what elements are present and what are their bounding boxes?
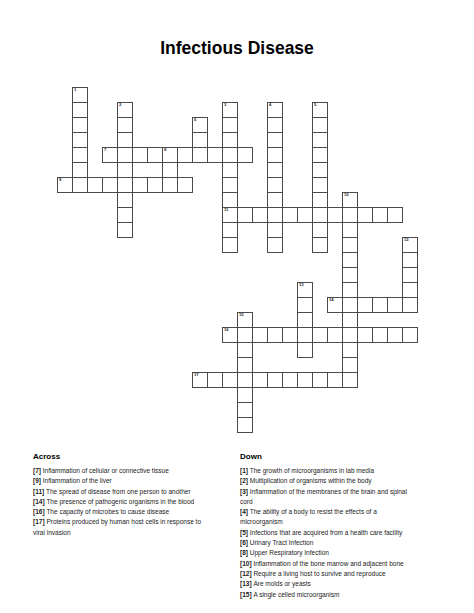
clue-number: [3] [240,488,250,495]
grid-cell[interactable] [402,327,418,343]
clue-text: Inflammation of the liver [43,477,112,484]
grid-cell[interactable] [102,177,118,193]
down-clue-15: [15] A single celled microorganism [240,590,470,600]
grid-cell[interactable] [87,177,103,193]
grid-cell[interactable] [132,177,148,193]
grid-cell[interactable] [342,237,358,253]
puzzle-title: Infectious Disease [0,38,474,59]
grid-cell[interactable] [312,177,328,193]
grid-cell[interactable] [117,162,133,178]
grid-cell[interactable] [117,207,133,223]
clue-number: [12] [240,570,253,577]
clue-text: The ability of a body to resist the effe… [240,508,377,525]
grid-cell[interactable] [342,297,358,313]
grid-cell[interactable]: 14 [327,297,343,313]
grid-cell[interactable] [222,177,238,193]
across-clue-9: [9] Inflammation of the liver [33,476,233,486]
grid-cell[interactable] [342,252,358,268]
grid-cell[interactable] [147,177,163,193]
across-clue-7: [7] Inflammation of cellular or connecti… [33,466,233,476]
grid-cell[interactable] [72,177,88,193]
grid-cell[interactable] [267,237,283,253]
clue-number: [15] [240,591,253,598]
grid-cell[interactable] [252,372,268,388]
grid-cell[interactable] [402,297,418,313]
grid-cell[interactable] [222,132,238,148]
crossword-grid: 1234567891011121314151617 [57,87,418,433]
grid-cell[interactable] [312,372,328,388]
grid-cell[interactable] [267,162,283,178]
cell-number: 17 [194,373,199,377]
grid-cell[interactable] [252,327,268,343]
grid-cell[interactable] [342,327,358,343]
grid-cell[interactable] [327,327,343,343]
grid-cell[interactable] [237,327,253,343]
grid-cell[interactable] [357,207,373,223]
grid-cell[interactable] [237,372,253,388]
grid-cell[interactable] [267,372,283,388]
grid-cell[interactable] [372,327,388,343]
grid-cell[interactable] [312,222,328,238]
grid-cell[interactable] [402,267,418,283]
grid-cell[interactable] [222,192,238,208]
clue-number: [10] [240,560,253,567]
grid-cell[interactable] [312,327,328,343]
grid-cell[interactable] [267,222,283,238]
grid-cell[interactable] [357,297,373,313]
grid-cell[interactable] [192,132,208,148]
clue-text: The presence of pathogenic organisms in … [46,498,194,505]
grid-cell[interactable]: 11 [222,207,238,223]
grid-cell[interactable] [267,117,283,133]
grid-cell[interactable]: 15 [237,312,253,328]
grid-cell[interactable] [237,342,253,358]
grid-cell[interactable] [372,207,388,223]
grid-cell[interactable]: 4 [267,102,283,118]
grid-cell[interactable] [72,132,88,148]
down-clue-8: [8] Upper Respiratory Infection [240,548,470,558]
cell-number: 8 [164,148,166,152]
clue-text: Inflammation of the membranes of the bra… [240,488,407,505]
cell-number: 5 [314,103,316,107]
grid-cell[interactable] [72,162,88,178]
grid-cell[interactable] [117,177,133,193]
grid-cell[interactable] [342,342,358,358]
grid-cell[interactable] [312,162,328,178]
grid-cell[interactable]: 3 [222,102,238,118]
grid-cell[interactable] [132,147,148,163]
clue-number: [9] [33,477,43,484]
across-clues: Across [7] Inflammation of cellular or c… [33,452,233,538]
grid-cell[interactable]: 12 [402,237,418,253]
grid-cell[interactable] [312,117,328,133]
grid-cell[interactable] [297,207,313,223]
down-clue-12: [12] Require a living host to survive an… [240,569,470,579]
clue-text: Inflammation of the bone marrow and adja… [253,560,403,567]
grid-cell[interactable] [162,177,178,193]
grid-cell[interactable] [72,147,88,163]
grid-cell[interactable] [237,417,253,433]
cell-number: 2 [119,103,121,107]
clue-number: [11] [33,488,46,495]
grid-cell[interactable] [342,282,358,298]
cell-number: 11 [224,208,228,212]
clue-number: [14] [33,498,46,505]
grid-cell[interactable] [312,207,328,223]
grid-cell[interactable]: 5 [312,102,328,118]
grid-cell[interactable] [177,147,193,163]
cell-number: 1 [74,88,76,92]
grid-cell[interactable]: 10 [342,192,358,208]
cell-number: 10 [344,193,349,197]
grid-cell[interactable] [297,372,313,388]
clue-number: [2] [240,477,250,484]
grid-cell[interactable] [207,147,223,163]
grid-cell[interactable] [147,147,163,163]
grid-cell[interactable]: 17 [192,372,208,388]
across-clue-14: [14] The presence of pathogenic organism… [33,497,233,507]
clue-text: Proteins produced by human host cells in… [33,518,201,535]
grid-cell[interactable] [117,117,133,133]
clue-number: [6] [240,539,250,546]
cell-number: 4 [269,103,271,107]
cell-number: 7 [104,148,106,152]
across-clue-list: [7] Inflammation of cellular or connecti… [33,466,233,538]
grid-cell[interactable] [342,372,358,388]
cell-number: 13 [299,283,304,287]
grid-cell[interactable] [282,207,298,223]
clue-text: Are molds or yeasts [253,580,310,587]
grid-cell[interactable] [267,147,283,163]
grid-cell[interactable] [117,132,133,148]
down-clue-5: [5] Infections that are acquired from a … [240,528,470,538]
grid-cell[interactable] [267,327,283,343]
grid-cell[interactable] [312,237,328,253]
grid-cell[interactable] [372,297,388,313]
down-heading: Down [240,452,470,462]
cell-number: 6 [194,118,196,122]
grid-cell[interactable] [282,372,298,388]
down-clue-1: [1] The growth of microorganisms in lab … [240,466,470,476]
grid-cell[interactable] [177,177,193,193]
grid-cell[interactable] [72,102,88,118]
grid-cell[interactable]: 1 [72,87,88,103]
clue-number: [13] [240,580,253,587]
cell-number: 16 [224,328,229,332]
down-clue-2: [2] Multiplication of organisms within t… [240,476,470,486]
clue-number: [17] [33,518,46,525]
cell-number: 9 [59,178,61,182]
grid-cell[interactable]: 7 [102,147,118,163]
across-clue-11: [11] The spread of disease from one pers… [33,487,233,497]
grid-cell[interactable] [342,207,358,223]
clue-text: Require a living host to survive and rep… [253,570,385,577]
crossword-page: { "game": "crossword", "title": "Infecti… [0,0,474,613]
clue-number: [4] [240,508,250,515]
grid-cell[interactable] [342,357,358,373]
clue-text: Upper Respiratory Infection [250,549,329,556]
grid-cell[interactable] [297,312,313,328]
grid-cell[interactable] [237,402,253,418]
grid-cell[interactable] [237,207,253,223]
grid-cell[interactable]: 8 [162,147,178,163]
grid-cell[interactable]: 16 [222,327,238,343]
clue-number: [7] [33,467,43,474]
grid-cell[interactable] [297,297,313,313]
grid-cell[interactable] [312,147,328,163]
cell-number: 14 [329,298,334,302]
clue-text: A single celled microorganism [253,591,339,598]
clue-text: The spread of disease from one person to… [46,488,191,495]
grid-cell[interactable] [162,162,178,178]
grid-cell[interactable] [357,327,373,343]
grid-cell[interactable] [237,147,253,163]
grid-cell[interactable] [222,237,238,253]
grid-cell[interactable] [237,357,253,373]
grid-cell[interactable] [342,267,358,283]
cell-number: 12 [404,238,409,242]
across-clue-16: [16] The capacity of microbes to cause d… [33,507,233,517]
grid-cell[interactable] [387,327,403,343]
grid-cell[interactable]: 9 [57,177,73,193]
clue-text: The growth of microorganisms in lab medi… [250,467,374,474]
cell-number: 15 [239,313,244,317]
clue-number: [8] [240,549,250,556]
down-clue-10: [10] Inflammation of the bone marrow and… [240,559,470,569]
grid-cell[interactable] [192,147,208,163]
grid-cell[interactable] [327,207,343,223]
grid-cell[interactable] [282,327,298,343]
grid-cell[interactable] [267,132,283,148]
grid-cell[interactable] [402,252,418,268]
grid-cell[interactable] [117,147,133,163]
down-clue-13: [13] Are molds or yeasts [240,579,470,589]
down-clue-list: [1] The growth of microorganisms in lab … [240,466,470,600]
grid-cell[interactable] [117,222,133,238]
grid-cell[interactable] [312,132,328,148]
grid-cell[interactable] [222,222,238,238]
grid-cell[interactable]: 6 [192,117,208,133]
grid-cell[interactable] [297,327,313,343]
grid-cell[interactable] [237,387,253,403]
down-clue-4: [4] The ability of a body to resist the … [240,507,470,528]
clue-text: Infections that are acquired from a heal… [250,529,402,536]
grid-cell[interactable] [312,192,328,208]
grid-cell[interactable] [222,162,238,178]
grid-cell[interactable]: 2 [117,102,133,118]
clue-number: [16] [33,508,46,515]
grid-cell[interactable] [327,372,343,388]
grid-cell[interactable] [387,297,403,313]
down-clues: Down [1] The growth of microorganisms in… [240,452,470,600]
clue-text: Urinary Tract Infection [250,539,314,546]
cell-number: 3 [224,103,226,107]
clue-text: Multiplication of organisms within the b… [250,477,372,484]
grid-cell[interactable] [267,207,283,223]
grid-cell[interactable] [222,147,238,163]
grid-cell[interactable] [267,177,283,193]
across-heading: Across [33,452,233,462]
grid-cell[interactable] [342,222,358,238]
grid-cell[interactable] [222,117,238,133]
clue-text: Inflammation of cellular or connective t… [43,467,169,474]
down-clue-6: [6] Urinary Tract Infection [240,538,470,548]
grid-cell[interactable] [387,207,403,223]
down-clue-3: [3] Inflammation of the membranes of the… [240,487,470,508]
grid-cell[interactable] [222,372,238,388]
grid-cell[interactable]: 13 [297,282,313,298]
grid-cell[interactable] [342,312,358,328]
grid-cell[interactable] [207,372,223,388]
grid-cell[interactable] [252,207,268,223]
grid-cell[interactable] [297,342,313,358]
clue-text: The capacity of microbes to cause diseas… [46,508,169,515]
across-clue-17: [17] Proteins produced by human host cel… [33,517,233,538]
grid-cell[interactable] [72,117,88,133]
clue-number: [5] [240,529,250,536]
clue-number: [1] [240,467,250,474]
grid-cell[interactable] [117,192,133,208]
grid-cell[interactable] [267,192,283,208]
grid-cell[interactable] [402,282,418,298]
